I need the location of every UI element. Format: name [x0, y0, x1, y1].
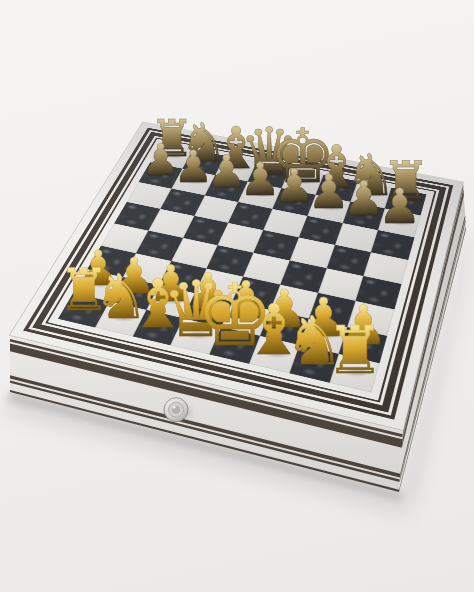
chess-set-photo: ♜♞♝♛♟♚♟♝♟♞♟♜♟♟♟♟♟♟♟♟♜♟♞♟♝♟♛♟♚♝♞♜ — [0, 0, 474, 592]
board-grid — [58, 144, 426, 393]
